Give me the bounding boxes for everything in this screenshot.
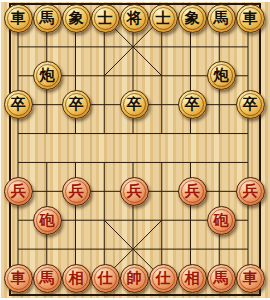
- piece-red-chariot[interactable]: 車: [4, 264, 33, 293]
- piece-red-soldier[interactable]: 兵: [120, 177, 149, 206]
- piece-red-soldier[interactable]: 兵: [4, 177, 33, 206]
- piece-red-soldier[interactable]: 兵: [236, 177, 265, 206]
- piece-glyph: 車: [11, 10, 26, 25]
- piece-glyph: 馬: [214, 270, 229, 285]
- piece-glyph: 卒: [185, 97, 200, 112]
- piece-glyph: 卒: [69, 97, 84, 112]
- piece-black-soldier[interactable]: 卒: [236, 90, 265, 119]
- piece-black-cannon[interactable]: 炮: [207, 61, 236, 90]
- piece-glyph: 仕: [98, 270, 113, 285]
- piece-red-cannon[interactable]: 砲: [207, 206, 236, 235]
- piece-glyph: 砲: [214, 212, 229, 227]
- piece-glyph: 炮: [40, 68, 55, 83]
- piece-black-chariot[interactable]: 車: [236, 4, 265, 33]
- piece-glyph: 車: [243, 270, 258, 285]
- piece-black-chariot[interactable]: 車: [4, 4, 33, 33]
- piece-black-soldier[interactable]: 卒: [62, 90, 91, 119]
- piece-black-horse[interactable]: 馬: [33, 4, 62, 33]
- piece-glyph: 象: [185, 10, 200, 25]
- piece-black-general[interactable]: 将: [120, 4, 149, 33]
- piece-glyph: 兵: [69, 183, 84, 198]
- xiangqi-board: 車馬象士将士象馬車炮炮卒卒卒卒卒兵兵兵兵兵砲砲車馬相仕帥仕相馬車: [0, 0, 270, 300]
- piece-black-soldier[interactable]: 卒: [178, 90, 207, 119]
- piece-red-horse[interactable]: 馬: [207, 264, 236, 293]
- piece-black-advisor[interactable]: 士: [91, 4, 120, 33]
- piece-glyph: 士: [156, 10, 171, 25]
- piece-black-elephant[interactable]: 象: [62, 4, 91, 33]
- piece-red-advisor[interactable]: 仕: [91, 264, 120, 293]
- piece-glyph: 砲: [40, 212, 55, 227]
- piece-glyph: 将: [127, 10, 142, 25]
- board-edge-highlight-left: [0, 0, 1, 300]
- piece-glyph: 兵: [185, 183, 200, 198]
- piece-glyph: 馬: [40, 270, 55, 285]
- piece-red-chariot[interactable]: 車: [236, 264, 265, 293]
- piece-black-elephant[interactable]: 象: [178, 4, 207, 33]
- piece-glyph: 士: [98, 10, 113, 25]
- piece-red-elephant[interactable]: 相: [178, 264, 207, 293]
- piece-glyph: 卒: [11, 97, 26, 112]
- piece-glyph: 帥: [127, 270, 142, 285]
- piece-glyph: 卒: [127, 97, 142, 112]
- piece-glyph: 兵: [11, 183, 26, 198]
- board-edge-highlight-top: [0, 0, 270, 2]
- piece-glyph: 相: [185, 270, 200, 285]
- piece-glyph: 兵: [243, 183, 258, 198]
- piece-black-cannon[interactable]: 炮: [33, 61, 62, 90]
- piece-red-elephant[interactable]: 相: [62, 264, 91, 293]
- piece-black-horse[interactable]: 馬: [207, 4, 236, 33]
- piece-red-cannon[interactable]: 砲: [33, 206, 62, 235]
- piece-glyph: 馬: [214, 10, 229, 25]
- piece-glyph: 車: [243, 10, 258, 25]
- piece-glyph: 車: [11, 270, 26, 285]
- piece-glyph: 卒: [243, 97, 258, 112]
- piece-red-soldier[interactable]: 兵: [178, 177, 207, 206]
- piece-red-advisor[interactable]: 仕: [149, 264, 178, 293]
- piece-grid[interactable]: 車馬象士将士象馬車炮炮卒卒卒卒卒兵兵兵兵兵砲砲車馬相仕帥仕相馬車: [4, 4, 263, 293]
- piece-black-soldier[interactable]: 卒: [120, 90, 149, 119]
- piece-glyph: 炮: [214, 68, 229, 83]
- piece-glyph: 兵: [127, 183, 142, 198]
- piece-glyph: 馬: [40, 10, 55, 25]
- piece-glyph: 象: [69, 10, 84, 25]
- piece-glyph: 仕: [156, 270, 171, 285]
- piece-red-horse[interactable]: 馬: [33, 264, 62, 293]
- piece-black-soldier[interactable]: 卒: [4, 90, 33, 119]
- piece-red-general[interactable]: 帥: [120, 264, 149, 293]
- piece-glyph: 相: [69, 270, 84, 285]
- piece-red-soldier[interactable]: 兵: [62, 177, 91, 206]
- piece-black-advisor[interactable]: 士: [149, 4, 178, 33]
